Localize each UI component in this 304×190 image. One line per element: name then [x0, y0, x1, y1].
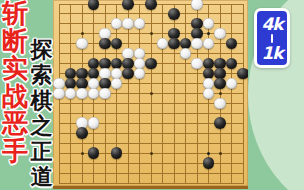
- grid-line-horizontal: [59, 23, 244, 24]
- grid-line-horizontal: [59, 183, 244, 184]
- black-stone: [203, 157, 215, 169]
- caption-red-column: 斩断实战恶手: [0, 0, 30, 165]
- hoshi-point: [150, 92, 153, 95]
- black-stone: [111, 147, 123, 159]
- black-stone: [214, 117, 226, 129]
- black-stone: [145, 58, 157, 70]
- overlay-char: 恶: [2, 110, 28, 138]
- video-thumbnail: 斩断实战恶手 探索棋之正道 4k 1k: [0, 0, 304, 190]
- grid-line-horizontal: [59, 163, 244, 164]
- white-stone: [214, 28, 226, 40]
- white-stone: [122, 18, 134, 30]
- overlay-char: 索: [31, 62, 53, 87]
- white-stone: [76, 88, 88, 100]
- move-marker-dot: [207, 152, 210, 155]
- white-stone: [191, 38, 203, 50]
- white-stone: [191, 58, 203, 70]
- white-stone: [180, 48, 192, 60]
- rank-top: 4k: [261, 15, 282, 33]
- overlay-char: 手: [2, 138, 28, 166]
- black-stone: [226, 58, 238, 70]
- grid-line-horizontal: [59, 173, 244, 174]
- hoshi-point: [150, 152, 153, 155]
- white-stone: [65, 88, 77, 100]
- white-stone: [134, 68, 146, 80]
- overlay-char: 正: [31, 139, 53, 164]
- black-stone: [168, 8, 180, 20]
- overlay-char: 棋: [31, 88, 53, 113]
- white-stone: [191, 0, 203, 10]
- hoshi-point: [219, 92, 222, 95]
- grid-line-horizontal: [59, 143, 244, 144]
- black-stone: [111, 38, 123, 50]
- white-stone: [157, 38, 169, 50]
- black-stone: [237, 68, 248, 80]
- white-stone: [88, 88, 100, 100]
- go-board: [53, 0, 248, 189]
- white-stone: [76, 38, 88, 50]
- rank-separator-bar: [271, 34, 274, 43]
- overlay-char: 斩: [2, 0, 28, 28]
- overlay-char: 实: [2, 55, 28, 83]
- hoshi-point: [219, 152, 222, 155]
- overlay-char: 探: [31, 37, 53, 62]
- rank-range-badge: 4k 1k: [254, 8, 290, 68]
- caption-black-column: 探索棋之正道: [28, 37, 55, 189]
- black-stone: [99, 38, 111, 50]
- white-stone: [203, 88, 215, 100]
- hoshi-point: [81, 152, 84, 155]
- rank-bottom: 1k: [261, 44, 282, 62]
- black-stone: [122, 68, 134, 80]
- white-stone: [226, 78, 238, 90]
- black-stone: [88, 147, 100, 159]
- black-stone: [168, 38, 180, 50]
- overlay-char: 战: [2, 83, 28, 111]
- move-marker-dot: [207, 32, 210, 35]
- grid-line-horizontal: [59, 13, 244, 14]
- overlay-char: 断: [2, 28, 28, 56]
- white-stone: [214, 98, 226, 110]
- grid-line-horizontal: [59, 53, 244, 54]
- white-stone: [88, 117, 100, 129]
- white-stone: [134, 18, 146, 30]
- white-stone: [111, 78, 123, 90]
- black-stone: [88, 0, 100, 10]
- black-stone: [76, 127, 88, 139]
- white-stone: [99, 88, 111, 100]
- black-stone: [226, 38, 238, 50]
- grid-line-horizontal: [59, 113, 244, 114]
- black-stone: [145, 0, 157, 10]
- black-stone: [122, 0, 134, 10]
- overlay-char: 之: [31, 113, 53, 138]
- white-stone: [203, 38, 215, 50]
- white-stone: [203, 18, 215, 30]
- overlay-char: 道: [31, 164, 53, 189]
- black-stone: [214, 78, 226, 90]
- white-stone: [111, 18, 123, 30]
